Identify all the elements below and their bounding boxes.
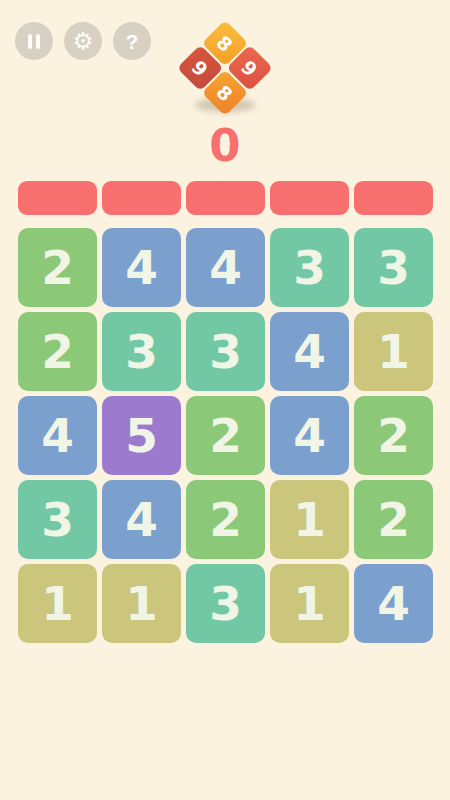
tile-r4c5[interactable]: 2 [354,480,433,559]
tile-r1c4[interactable]: 3 [270,228,349,307]
tile-r5c5[interactable]: 4 [354,564,433,643]
question-icon: ? [126,31,139,52]
tile-r5c2[interactable]: 1 [102,564,181,643]
tile-r5c1[interactable]: 1 [18,564,97,643]
logo-diamond: 8 9 9 8 [177,20,273,116]
help-button[interactable]: ? [113,22,151,60]
progress-bar [18,181,97,215]
tile-r4c3[interactable]: 2 [186,480,265,559]
board: 2443323341452423421211314 [18,228,433,643]
tile-r5c3[interactable]: 3 [186,564,265,643]
tile-r2c1[interactable]: 2 [18,312,97,391]
game-logo: 8 9 9 8 [185,30,265,110]
tile-r4c4[interactable]: 1 [270,480,349,559]
tile-r2c4[interactable]: 4 [270,312,349,391]
settings-button[interactable]: ⚙ [64,22,102,60]
tile-r3c5[interactable]: 2 [354,396,433,475]
timer-bars [18,181,433,215]
tile-r2c5[interactable]: 1 [354,312,433,391]
tile-r4c2[interactable]: 4 [102,480,181,559]
score-value: 0 [0,123,450,168]
tile-r1c3[interactable]: 4 [186,228,265,307]
tile-r5c4[interactable]: 1 [270,564,349,643]
tile-r1c1[interactable]: 2 [18,228,97,307]
tile-r3c3[interactable]: 2 [186,396,265,475]
progress-bar [354,181,433,215]
tile-r3c1[interactable]: 4 [18,396,97,475]
pause-button[interactable] [15,22,53,60]
progress-bar [102,181,181,215]
tile-r3c2[interactable]: 5 [102,396,181,475]
tile-r1c5[interactable]: 3 [354,228,433,307]
hud-buttons: ⚙ ? [15,22,151,60]
pause-icon [28,34,40,49]
tile-r2c2[interactable]: 3 [102,312,181,391]
tile-r1c2[interactable]: 4 [102,228,181,307]
tile-r3c4[interactable]: 4 [270,396,349,475]
tile-r4c1[interactable]: 3 [18,480,97,559]
tile-r2c3[interactable]: 3 [186,312,265,391]
gear-icon: ⚙ [73,30,94,53]
progress-bar [186,181,265,215]
progress-bar [270,181,349,215]
